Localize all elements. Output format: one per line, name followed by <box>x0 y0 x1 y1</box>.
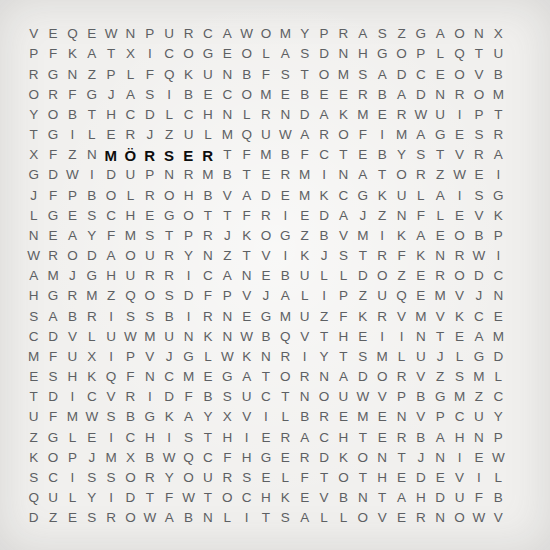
grid-cell[interactable]: S <box>24 306 43 326</box>
grid-cell[interactable]: S <box>450 367 469 387</box>
grid-cell[interactable]: N <box>431 447 450 467</box>
grid-cell[interactable]: J <box>24 185 43 205</box>
grid-cell[interactable]: R <box>276 347 295 367</box>
grid-cell[interactable]: C <box>489 387 508 407</box>
grid-cell[interactable]: C <box>82 387 101 407</box>
grid-cell[interactable]: H <box>140 427 159 447</box>
grid-cell[interactable]: T <box>372 165 391 185</box>
grid-cell[interactable]: D <box>43 387 62 407</box>
grid-cell[interactable]: D <box>314 44 333 64</box>
grid-cell[interactable]: W <box>237 24 256 44</box>
grid-cell[interactable]: E <box>276 185 295 205</box>
grid-cell[interactable]: Q <box>24 488 43 508</box>
grid-cell[interactable]: Z <box>24 427 43 447</box>
grid-cell[interactable]: X <box>82 347 101 367</box>
grid-cell[interactable]: C <box>237 488 256 508</box>
grid-cell[interactable]: K <box>295 246 314 266</box>
grid-cell[interactable]: I <box>101 306 120 326</box>
grid-cell[interactable]: K <box>334 447 353 467</box>
grid-cell[interactable]: Y <box>314 347 333 367</box>
grid-cell[interactable]: T <box>160 226 179 246</box>
grid-cell[interactable]: F <box>43 185 62 205</box>
grid-cell[interactable]: C <box>43 468 62 488</box>
grid-cell[interactable]: A <box>43 306 62 326</box>
grid-cell[interactable]: C <box>198 266 217 286</box>
grid-cell[interactable]: E <box>372 105 391 125</box>
grid-cell[interactable]: E <box>256 165 275 185</box>
grid-cell[interactable]: M <box>43 266 62 286</box>
grid-cell[interactable]: K <box>237 347 256 367</box>
grid-cell[interactable]: N <box>392 205 411 225</box>
grid-cell[interactable]: E <box>431 64 450 84</box>
grid-cell[interactable]: F <box>353 125 372 145</box>
grid-cell[interactable]: L <box>295 286 314 306</box>
grid-cell[interactable]: F <box>295 145 314 165</box>
grid-cell[interactable]: I <box>179 306 198 326</box>
grid-cell[interactable]: E <box>450 205 469 225</box>
grid-cell[interactable]: D <box>353 266 372 286</box>
grid-cell[interactable]: Z <box>372 205 391 225</box>
grid-cell[interactable]: G <box>82 84 101 104</box>
grid-cell[interactable]: M <box>353 226 372 246</box>
grid-cell[interactable]: K <box>372 185 391 205</box>
grid-cell[interactable]: T <box>353 468 372 488</box>
grid-cell[interactable]: N <box>121 24 140 44</box>
grid-cell[interactable]: M <box>353 407 372 427</box>
grid-cell[interactable]: O <box>314 64 333 84</box>
grid-cell[interactable]: R <box>295 367 314 387</box>
grid-cell[interactable]: B <box>218 165 237 185</box>
grid-cell[interactable]: R <box>218 468 237 488</box>
grid-cell[interactable]: M <box>179 367 198 387</box>
grid-cell[interactable]: E <box>489 306 508 326</box>
grid-cell[interactable]: Q <box>392 286 411 306</box>
grid-cell[interactable]: U <box>489 44 508 64</box>
grid-cell[interactable]: S <box>276 64 295 84</box>
grid-cell[interactable]: W <box>411 105 430 125</box>
grid-cell[interactable]: T <box>314 468 333 488</box>
grid-cell[interactable]: I <box>140 44 159 64</box>
grid-cell[interactable]: K <box>334 105 353 125</box>
grid-cell[interactable]: G <box>431 387 450 407</box>
grid-cell[interactable]: E <box>392 468 411 488</box>
grid-cell[interactable]: B <box>179 508 198 528</box>
grid-cell[interactable]: P <box>489 226 508 246</box>
grid-cell[interactable]: H <box>334 427 353 447</box>
grid-cell[interactable]: E <box>353 326 372 346</box>
grid-cell[interactable]: C <box>198 24 217 44</box>
grid-cell[interactable]: I <box>295 347 314 367</box>
grid-cell[interactable]: O <box>450 24 469 44</box>
grid-cell[interactable]: O <box>160 185 179 205</box>
grid-cell[interactable]: F <box>469 488 488 508</box>
grid-cell[interactable]: O <box>24 84 43 104</box>
grid-cell[interactable]: M <box>276 24 295 44</box>
grid-cell[interactable]: W <box>218 347 237 367</box>
grid-cell[interactable]: I <box>160 84 179 104</box>
grid-cell[interactable]: P <box>392 387 411 407</box>
grid-cell[interactable]: B <box>372 84 391 104</box>
grid-cell[interactable]: I <box>237 427 256 447</box>
grid-cell[interactable]: O <box>353 447 372 467</box>
grid-cell[interactable]: C <box>121 427 140 447</box>
grid-cell[interactable]: T <box>489 105 508 125</box>
grid-cell[interactable]: R <box>334 24 353 44</box>
grid-cell[interactable]: K <box>411 246 430 266</box>
grid-cell[interactable]: D <box>469 266 488 286</box>
grid-cell[interactable]: T <box>469 44 488 64</box>
grid-cell[interactable]: S <box>276 508 295 528</box>
grid-cell[interactable]: A <box>411 125 430 145</box>
grid-cell[interactable]: R <box>179 165 198 185</box>
grid-cell[interactable]: L <box>198 347 217 367</box>
grid-cell[interactable]: R <box>198 306 217 326</box>
grid-cell[interactable]: N <box>179 326 198 346</box>
grid-cell[interactable]: N <box>411 326 430 346</box>
grid-cell[interactable]: R <box>450 84 469 104</box>
grid-cell[interactable]: A <box>353 24 372 44</box>
grid-cell[interactable]: O <box>469 84 488 104</box>
grid-cell[interactable]: T <box>256 367 275 387</box>
grid-cell[interactable]: Q <box>101 367 120 387</box>
grid-cell[interactable]: E <box>295 205 314 225</box>
grid-cell[interactable]: J <box>353 205 372 225</box>
grid-cell[interactable]: F <box>392 246 411 266</box>
grid-cell[interactable]: Y <box>489 407 508 427</box>
grid-cell[interactable]: W <box>179 488 198 508</box>
grid-cell[interactable]: S <box>82 205 101 225</box>
grid-cell[interactable]: M <box>489 84 508 104</box>
grid-cell[interactable]: F <box>237 205 256 225</box>
grid-cell[interactable]: P <box>469 105 488 125</box>
grid-cell[interactable]: N <box>314 367 333 387</box>
grid-cell[interactable]: I <box>179 266 198 286</box>
grid-cell-highlighted[interactable]: E <box>179 145 198 165</box>
grid-cell[interactable]: H <box>450 427 469 447</box>
grid-cell[interactable]: E <box>198 84 217 104</box>
grid-cell[interactable]: G <box>43 64 62 84</box>
grid-cell[interactable]: S <box>82 468 101 488</box>
grid-cell[interactable]: O <box>392 165 411 185</box>
grid-cell[interactable]: E <box>276 447 295 467</box>
grid-cell[interactable]: F <box>256 64 275 84</box>
grid-cell[interactable]: S <box>121 306 140 326</box>
grid-cell[interactable]: O <box>121 468 140 488</box>
grid-cell[interactable]: I <box>276 246 295 266</box>
grid-cell[interactable]: S <box>372 24 391 44</box>
grid-cell[interactable]: U <box>101 326 120 346</box>
grid-cell[interactable]: N <box>372 447 391 467</box>
grid-cell[interactable]: I <box>450 447 469 467</box>
grid-cell[interactable]: U <box>469 407 488 427</box>
grid-cell[interactable]: Z <box>295 226 314 246</box>
grid-cell[interactable]: N <box>276 105 295 125</box>
grid-cell[interactable]: V <box>469 64 488 84</box>
grid-cell[interactable]: S <box>353 64 372 84</box>
grid-cell[interactable]: V <box>140 347 159 367</box>
grid-cell[interactable]: R <box>43 246 62 266</box>
grid-cell[interactable]: M <box>450 387 469 407</box>
grid-cell[interactable]: G <box>411 24 430 44</box>
grid-cell[interactable]: D <box>43 165 62 185</box>
grid-cell[interactable]: E <box>334 407 353 427</box>
grid-cell[interactable]: D <box>489 347 508 367</box>
grid-cell[interactable]: L <box>314 508 333 528</box>
grid-cell[interactable]: H <box>63 367 82 387</box>
grid-cell[interactable]: J <box>431 347 450 367</box>
grid-cell[interactable]: G <box>218 367 237 387</box>
grid-cell[interactable]: R <box>121 125 140 145</box>
grid-cell[interactable]: N <box>489 286 508 306</box>
grid-cell[interactable]: Z <box>431 165 450 185</box>
grid-cell[interactable]: I <box>101 347 120 367</box>
grid-cell[interactable]: A <box>82 44 101 64</box>
grid-cell[interactable]: V <box>218 185 237 205</box>
grid-cell[interactable]: T <box>334 347 353 367</box>
grid-cell[interactable]: O <box>256 24 275 44</box>
grid-cell[interactable]: I <box>372 125 391 145</box>
grid-cell[interactable]: E <box>82 427 101 447</box>
grid-cell[interactable]: F <box>295 468 314 488</box>
grid-cell[interactable]: R <box>63 286 82 306</box>
grid-cell[interactable]: V <box>63 326 82 346</box>
grid-cell[interactable]: R <box>160 266 179 286</box>
grid-cell[interactable]: R <box>431 266 450 286</box>
grid-cell[interactable]: D <box>314 447 333 467</box>
grid-cell[interactable]: N <box>198 508 217 528</box>
grid-cell[interactable]: R <box>140 185 159 205</box>
grid-cell[interactable]: E <box>256 266 275 286</box>
grid-cell[interactable]: M <box>469 367 488 387</box>
grid-cell[interactable]: O <box>334 125 353 145</box>
grid-cell[interactable]: T <box>353 246 372 266</box>
grid-cell[interactable]: E <box>450 326 469 346</box>
grid-cell[interactable]: B <box>276 266 295 286</box>
grid-cell[interactable]: F <box>43 145 62 165</box>
grid-cell[interactable]: Y <box>179 246 198 266</box>
grid-cell[interactable]: O <box>43 447 62 467</box>
grid-cell[interactable]: P <box>489 427 508 447</box>
grid-cell[interactable]: N <box>431 84 450 104</box>
grid-cell[interactable]: P <box>179 226 198 246</box>
grid-cell[interactable]: H <box>372 468 391 488</box>
grid-cell[interactable]: B <box>334 488 353 508</box>
grid-cell[interactable]: B <box>237 64 256 84</box>
grid-cell[interactable]: R <box>295 447 314 467</box>
grid-cell[interactable]: T <box>295 64 314 84</box>
grid-cell[interactable]: S <box>43 367 62 387</box>
grid-cell[interactable]: N <box>469 24 488 44</box>
grid-cell[interactable]: O <box>237 84 256 104</box>
grid-cell[interactable]: T <box>82 105 101 125</box>
grid-cell[interactable]: B <box>295 84 314 104</box>
grid-cell[interactable]: H <box>179 185 198 205</box>
grid-cell[interactable]: A <box>101 246 120 266</box>
grid-cell[interactable]: I <box>101 427 120 447</box>
grid-cell[interactable]: R <box>101 508 120 528</box>
grid-cell[interactable]: T <box>276 387 295 407</box>
grid-cell[interactable]: T <box>431 326 450 346</box>
grid-cell[interactable]: L <box>276 468 295 488</box>
grid-cell[interactable]: C <box>179 105 198 125</box>
grid-cell[interactable]: C <box>450 407 469 427</box>
grid-cell[interactable]: U <box>295 266 314 286</box>
grid-cell[interactable]: U <box>237 387 256 407</box>
grid-cell[interactable]: T <box>198 205 217 225</box>
grid-cell[interactable]: Z <box>43 508 62 528</box>
grid-cell[interactable]: O <box>121 508 140 528</box>
grid-cell[interactable]: I <box>101 488 120 508</box>
grid-cell[interactable]: I <box>237 508 256 528</box>
grid-cell[interactable]: C <box>160 367 179 387</box>
grid-cell[interactable]: N <box>218 64 237 84</box>
grid-cell[interactable]: W <box>63 165 82 185</box>
grid-cell[interactable]: N <box>334 44 353 64</box>
grid-cell[interactable]: P <box>218 286 237 306</box>
grid-cell[interactable]: D <box>43 326 62 346</box>
grid-cell[interactable]: Z <box>160 125 179 145</box>
grid-cell[interactable]: I <box>450 185 469 205</box>
grid-cell[interactable]: E <box>256 427 275 447</box>
grid-cell[interactable]: Q <box>121 286 140 306</box>
grid-cell[interactable]: V <box>237 407 256 427</box>
grid-cell[interactable]: T <box>256 508 275 528</box>
grid-cell[interactable]: R <box>140 468 159 488</box>
grid-cell[interactable]: V <box>237 286 256 306</box>
grid-cell[interactable]: E <box>43 24 62 44</box>
grid-cell[interactable]: D <box>256 185 275 205</box>
grid-cell[interactable]: J <box>314 246 333 266</box>
grid-cell[interactable]: Z <box>392 266 411 286</box>
grid-cell[interactable]: E <box>256 468 275 488</box>
grid-cell[interactable]: A <box>411 226 430 246</box>
grid-cell[interactable]: R <box>140 266 159 286</box>
grid-cell[interactable]: N <box>256 347 275 367</box>
grid-cell[interactable]: G <box>431 125 450 145</box>
grid-cell[interactable]: P <box>140 24 159 44</box>
grid-cell[interactable]: H <box>237 447 256 467</box>
grid-cell[interactable]: O <box>334 468 353 488</box>
grid-cell[interactable]: D <box>411 84 430 104</box>
grid-cell[interactable]: F <box>237 145 256 165</box>
grid-cell[interactable]: K <box>198 326 217 346</box>
grid-cell[interactable]: I <box>63 125 82 145</box>
grid-cell[interactable]: U <box>198 468 217 488</box>
grid-cell[interactable]: L <box>334 508 353 528</box>
grid-cell[interactable]: P <box>63 185 82 205</box>
grid-cell[interactable]: F <box>63 84 82 104</box>
grid-cell[interactable]: G <box>469 347 488 367</box>
grid-cell[interactable]: A <box>392 84 411 104</box>
grid-cell[interactable]: I <box>160 427 179 447</box>
grid-cell[interactable]: H <box>101 105 120 125</box>
grid-cell[interactable]: J <box>63 266 82 286</box>
grid-cell[interactable]: C <box>411 64 430 84</box>
grid-cell[interactable]: F <box>43 407 62 427</box>
grid-cell[interactable]: A <box>295 508 314 528</box>
grid-cell[interactable]: K <box>353 306 372 326</box>
grid-cell[interactable]: V <box>411 407 430 427</box>
grid-cell[interactable]: V <box>101 387 120 407</box>
grid-cell[interactable]: L <box>82 326 101 346</box>
grid-cell[interactable]: G <box>82 266 101 286</box>
grid-cell[interactable]: U <box>450 488 469 508</box>
grid-cell[interactable]: J <box>140 125 159 145</box>
grid-cell[interactable]: L <box>198 125 217 145</box>
grid-cell[interactable]: V <box>450 468 469 488</box>
grid-cell[interactable]: A <box>63 226 82 246</box>
grid-cell[interactable]: L <box>450 347 469 367</box>
grid-cell[interactable]: O <box>237 44 256 64</box>
grid-cell[interactable]: U <box>140 246 159 266</box>
grid-cell[interactable]: B <box>121 407 140 427</box>
grid-cell[interactable]: A <box>431 427 450 447</box>
grid-cell[interactable]: O <box>450 266 469 286</box>
grid-cell[interactable]: R <box>411 508 430 528</box>
grid-cell[interactable]: V <box>411 367 430 387</box>
grid-cell[interactable]: O <box>101 185 120 205</box>
grid-cell[interactable]: O <box>353 508 372 528</box>
grid-cell[interactable]: A <box>237 185 256 205</box>
grid-cell[interactable]: R <box>392 367 411 387</box>
grid-cell[interactable]: T <box>372 488 391 508</box>
grid-cell[interactable]: I <box>372 326 391 346</box>
grid-cell[interactable]: L <box>392 347 411 367</box>
grid-cell[interactable]: O <box>450 226 469 246</box>
grid-cell[interactable]: U <box>179 125 198 145</box>
grid-cell[interactable]: J <box>101 84 120 104</box>
grid-cell[interactable]: B <box>489 488 508 508</box>
grid-cell[interactable]: E <box>295 488 314 508</box>
grid-cell[interactable]: A <box>295 125 314 145</box>
grid-cell[interactable]: E <box>63 508 82 528</box>
grid-cell[interactable]: A <box>179 407 198 427</box>
grid-cell[interactable]: X <box>218 407 237 427</box>
grid-cell[interactable]: F <box>43 44 62 64</box>
grid-cell[interactable]: W <box>160 447 179 467</box>
grid-cell[interactable]: G <box>43 125 62 145</box>
grid-cell[interactable]: S <box>160 286 179 306</box>
grid-cell[interactable]: A <box>392 488 411 508</box>
grid-cell[interactable]: T <box>353 427 372 447</box>
grid-cell[interactable]: F <box>101 226 120 246</box>
grid-cell[interactable]: B <box>372 145 391 165</box>
grid-cell[interactable]: E <box>372 407 391 427</box>
grid-cell[interactable]: D <box>295 105 314 125</box>
grid-cell[interactable]: L <box>334 266 353 286</box>
grid-cell[interactable]: W <box>469 246 488 266</box>
grid-cell[interactable]: W <box>101 24 120 44</box>
grid-cell[interactable]: O <box>372 266 391 286</box>
grid-cell[interactable]: W <box>353 387 372 407</box>
grid-cell[interactable]: D <box>411 468 430 488</box>
grid-cell[interactable]: R <box>372 306 391 326</box>
grid-cell[interactable]: S <box>140 84 159 104</box>
grid-cell[interactable]: A <box>24 266 43 286</box>
grid-cell[interactable]: V <box>334 226 353 246</box>
grid-cell[interactable]: P <box>121 347 140 367</box>
grid-cell[interactable]: Z <box>469 387 488 407</box>
grid-cell[interactable]: O <box>450 64 469 84</box>
grid-cell[interactable]: Q <box>450 44 469 64</box>
grid-cell[interactable]: Y <box>82 226 101 246</box>
grid-cell[interactable]: U <box>121 266 140 286</box>
grid-cell[interactable]: C <box>198 447 217 467</box>
grid-cell[interactable]: C <box>256 387 275 407</box>
grid-cell[interactable]: Z <box>218 246 237 266</box>
grid-cell[interactable]: G <box>256 447 275 467</box>
grid-cell[interactable]: V <box>372 508 391 528</box>
